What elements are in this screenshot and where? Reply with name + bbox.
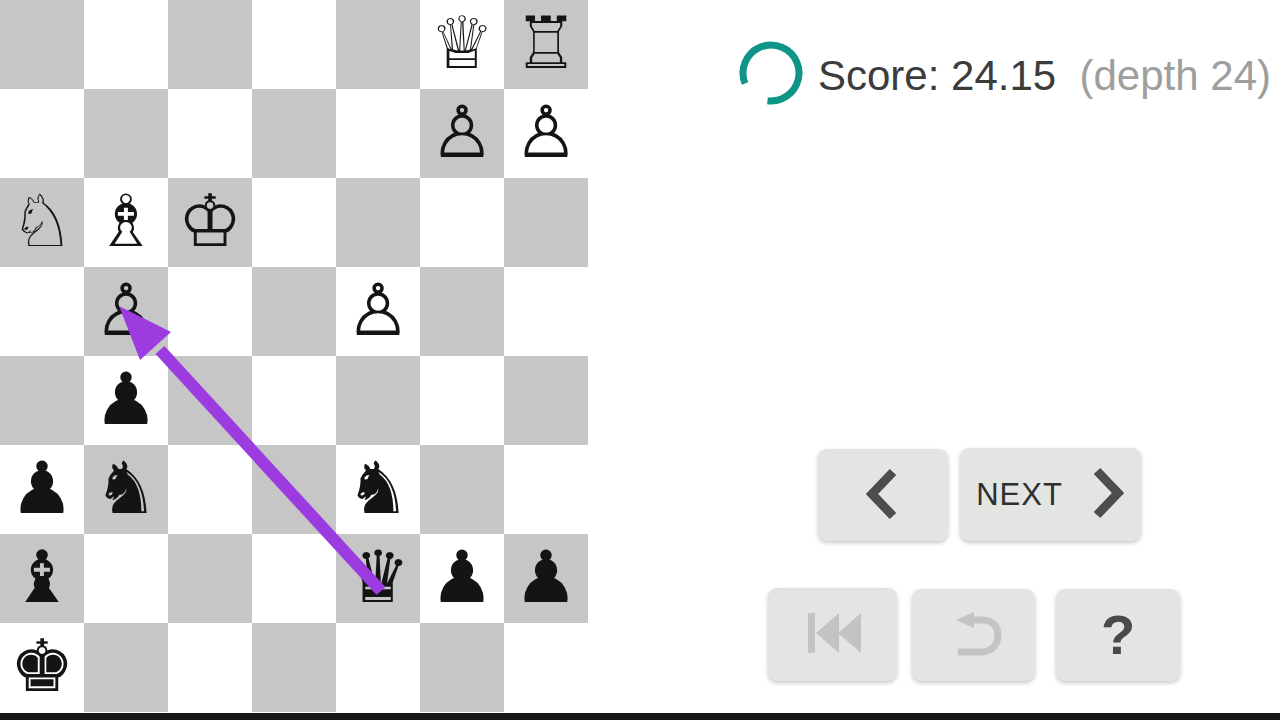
square-r5c0[interactable]: ♟ [0,445,84,534]
square-r6c0[interactable]: ♝ [0,534,84,623]
piece-wp[interactable]: ♙ [346,274,411,346]
next-button[interactable]: NEXT [960,448,1141,541]
undo-button[interactable] [912,589,1035,681]
piece-bp[interactable]: ♟ [514,541,579,613]
piece-wp[interactable]: ♙ [514,96,579,168]
square-r3c3[interactable] [252,267,336,356]
square-r2c6[interactable] [504,178,588,267]
square-r3c1[interactable]: ♙ [84,267,168,356]
square-r4c3[interactable] [252,356,336,445]
square-r7c0[interactable]: ♚ [0,623,84,712]
question-mark-icon: ? [1101,607,1135,663]
square-r4c6[interactable] [504,356,588,445]
square-r5c6[interactable] [504,445,588,534]
chevron-left-icon [865,467,901,524]
piece-wr[interactable]: ♖ [514,7,579,79]
piece-wq[interactable]: ♕ [430,7,495,79]
square-r0c0[interactable] [0,0,84,89]
square-r7c2[interactable] [168,623,252,712]
piece-bn[interactable]: ♞ [94,452,159,524]
square-r6c3[interactable] [252,534,336,623]
square-r7c1[interactable] [84,623,168,712]
square-r7c6[interactable] [504,623,588,712]
square-r4c5[interactable] [420,356,504,445]
square-r0c5[interactable]: ♕ [420,0,504,89]
piece-bk[interactable]: ♚ [10,630,75,702]
next-button-label: NEXT [976,477,1063,513]
square-r2c2[interactable]: ♔ [168,178,252,267]
square-r1c6[interactable]: ♙ [504,89,588,178]
square-r1c1[interactable] [84,89,168,178]
square-r4c0[interactable] [0,356,84,445]
square-r2c5[interactable] [420,178,504,267]
piece-bb[interactable]: ♝ [10,541,75,613]
piece-wp[interactable]: ♙ [94,274,159,346]
square-r0c4[interactable] [336,0,420,89]
square-r1c5[interactable]: ♙ [420,89,504,178]
skip-to-start-button[interactable] [768,588,897,681]
square-r5c5[interactable] [420,445,504,534]
square-r5c2[interactable] [168,445,252,534]
chevron-right-icon [1089,466,1125,523]
square-r1c3[interactable] [252,89,336,178]
engine-score-line: Score: 24.15 (depth 24) [818,52,1271,100]
square-r6c2[interactable] [168,534,252,623]
square-r4c2[interactable] [168,356,252,445]
square-r2c4[interactable] [336,178,420,267]
piece-bq[interactable]: ♛ [346,541,411,613]
piece-bp[interactable]: ♟ [94,363,159,435]
piece-wb[interactable]: ♗ [94,185,159,257]
square-r3c5[interactable] [420,267,504,356]
undo-arrow-icon [945,610,1003,661]
square-r4c4[interactable] [336,356,420,445]
square-r1c2[interactable] [168,89,252,178]
square-r0c3[interactable] [252,0,336,89]
square-r2c1[interactable]: ♗ [84,178,168,267]
square-r2c0[interactable]: ♘ [0,178,84,267]
square-r0c2[interactable] [168,0,252,89]
chess-board[interactable]: ♕♖♙♙♘♗♔♙♙♟♟♞♞♝♛♟♟♚ [0,0,588,712]
piece-wp[interactable]: ♙ [430,96,495,168]
square-r5c1[interactable]: ♞ [84,445,168,534]
square-r6c6[interactable]: ♟ [504,534,588,623]
square-r3c2[interactable] [168,267,252,356]
square-r0c1[interactable] [84,0,168,89]
depth-text: (depth 24) [1068,52,1271,99]
help-button[interactable]: ? [1056,589,1180,681]
square-r6c1[interactable] [84,534,168,623]
square-r7c5[interactable] [420,623,504,712]
bottom-edge-bar [0,713,1280,720]
square-r3c4[interactable]: ♙ [336,267,420,356]
skip-to-start-icon [805,612,861,657]
square-r6c5[interactable]: ♟ [420,534,504,623]
square-r1c4[interactable] [336,89,420,178]
square-r6c4[interactable]: ♛ [336,534,420,623]
square-r7c4[interactable] [336,623,420,712]
piece-bn[interactable]: ♞ [346,452,411,524]
piece-bp[interactable]: ♟ [430,541,495,613]
square-r4c1[interactable]: ♟ [84,356,168,445]
previous-button[interactable] [818,449,948,541]
square-r7c3[interactable] [252,623,336,712]
square-r3c0[interactable] [0,267,84,356]
piece-bp[interactable]: ♟ [10,452,75,524]
square-r3c6[interactable] [504,267,588,356]
piece-wk[interactable]: ♔ [178,185,243,257]
square-r5c3[interactable] [252,445,336,534]
piece-wn[interactable]: ♘ [10,185,75,257]
square-r1c0[interactable] [0,89,84,178]
square-r0c6[interactable]: ♖ [504,0,588,89]
square-r2c3[interactable] [252,178,336,267]
score-text: Score: 24.15 [818,52,1056,99]
engine-spinner-icon [737,39,805,107]
square-r5c4[interactable]: ♞ [336,445,420,534]
